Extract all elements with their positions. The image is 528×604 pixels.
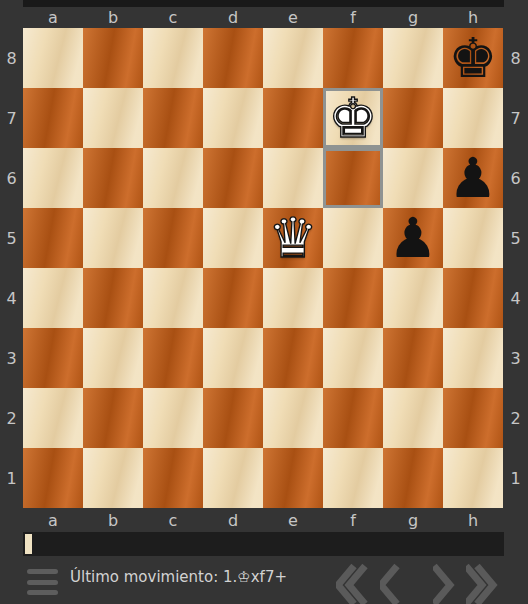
square-a4[interactable] [23, 268, 83, 328]
rank-label-8: 8 [503, 28, 528, 88]
square-h8[interactable]: ♚ [443, 28, 503, 88]
square-h5[interactable] [443, 208, 503, 268]
rank-label-7: 7 [0, 88, 23, 148]
file-label-f: f [323, 7, 383, 28]
square-g6[interactable] [383, 148, 443, 208]
puzzle-app: { "game": "chess", "position": { "fen": … [0, 0, 528, 604]
rank-label-7: 7 [503, 88, 528, 148]
square-b4[interactable] [83, 268, 143, 328]
file-label-c: c [143, 508, 203, 532]
square-a6[interactable] [23, 148, 83, 208]
square-c7[interactable] [143, 88, 203, 148]
file-label-d: d [203, 508, 263, 532]
file-label-h: h [443, 508, 503, 532]
square-e6[interactable] [263, 148, 323, 208]
chevron-left-icon [380, 562, 403, 604]
square-g2[interactable] [383, 388, 443, 448]
square-f1[interactable] [323, 448, 383, 508]
rank-label-5: 5 [0, 208, 23, 268]
double-chevron-right-icon [466, 562, 500, 604]
square-a2[interactable] [23, 388, 83, 448]
hamburger-icon [27, 590, 58, 595]
square-b1[interactable] [83, 448, 143, 508]
square-g3[interactable] [383, 328, 443, 388]
square-e2[interactable] [263, 388, 323, 448]
white-queen[interactable]: ♛ [268, 211, 317, 266]
black-pawn[interactable]: ♟ [388, 211, 437, 266]
hamburger-icon [27, 569, 58, 574]
nav-prev-button[interactable] [380, 562, 403, 604]
square-e8[interactable] [263, 28, 323, 88]
square-d3[interactable] [203, 328, 263, 388]
square-e1[interactable] [263, 448, 323, 508]
square-h2[interactable] [443, 388, 503, 448]
double-chevron-left-icon [336, 562, 370, 604]
square-g1[interactable] [383, 448, 443, 508]
square-g4[interactable] [383, 268, 443, 328]
square-g8[interactable] [383, 28, 443, 88]
square-e3[interactable] [263, 328, 323, 388]
rank-label-6: 6 [0, 148, 23, 208]
file-label-e: e [263, 508, 323, 532]
square-b8[interactable] [83, 28, 143, 88]
square-c2[interactable] [143, 388, 203, 448]
square-f2[interactable] [323, 388, 383, 448]
square-h3[interactable] [443, 328, 503, 388]
square-f3[interactable] [323, 328, 383, 388]
square-h7[interactable] [443, 88, 503, 148]
hamburger-icon [27, 580, 58, 585]
square-d1[interactable] [203, 448, 263, 508]
rank-label-4: 4 [0, 268, 23, 328]
square-f7[interactable]: ♚ [323, 88, 383, 148]
rank-label-2: 2 [503, 388, 528, 448]
rank-label-5: 5 [503, 208, 528, 268]
rank-label-2: 2 [0, 388, 23, 448]
square-e4[interactable] [263, 268, 323, 328]
square-g7[interactable] [383, 88, 443, 148]
square-a7[interactable] [23, 88, 83, 148]
square-e5[interactable]: ♛ [263, 208, 323, 268]
file-labels-top: abcdefgh [23, 7, 503, 28]
black-king[interactable]: ♚ [448, 31, 497, 86]
rank-label-6: 6 [503, 148, 528, 208]
square-b7[interactable] [83, 88, 143, 148]
move-navigation [336, 562, 500, 604]
rank-label-4: 4 [503, 268, 528, 328]
file-label-b: b [83, 508, 143, 532]
file-label-e: e [263, 7, 323, 28]
square-d2[interactable] [203, 388, 263, 448]
square-e7[interactable] [263, 88, 323, 148]
square-h6[interactable]: ♟ [443, 148, 503, 208]
black-pawn[interactable]: ♟ [448, 151, 497, 206]
file-label-a: a [23, 7, 83, 28]
square-f4[interactable] [323, 268, 383, 328]
square-c3[interactable] [143, 328, 203, 388]
file-label-h: h [443, 7, 503, 28]
square-b6[interactable] [83, 148, 143, 208]
file-label-b: b [83, 7, 143, 28]
square-c6[interactable] [143, 148, 203, 208]
file-label-a: a [23, 508, 83, 532]
square-f5[interactable] [323, 208, 383, 268]
square-f6[interactable] [323, 148, 383, 208]
chess-board[interactable]: ♚♚♟♛♟ [23, 28, 503, 508]
square-h1[interactable] [443, 448, 503, 508]
square-b5[interactable] [83, 208, 143, 268]
white-king[interactable]: ♚ [328, 91, 377, 146]
progress-fill [25, 534, 32, 554]
square-c4[interactable] [143, 268, 203, 328]
square-f8[interactable] [323, 28, 383, 88]
rank-labels-right: 87654321 [503, 28, 528, 508]
rank-label-1: 1 [503, 448, 528, 508]
rank-label-3: 3 [0, 328, 23, 388]
square-d7[interactable] [203, 88, 263, 148]
file-label-f: f [323, 508, 383, 532]
file-labels-bottom: abcdefgh [23, 508, 503, 532]
file-label-c: c [143, 7, 203, 28]
top-bar [23, 0, 504, 7]
nav-next-button[interactable] [433, 562, 456, 604]
square-b2[interactable] [83, 388, 143, 448]
rank-labels-left: 87654321 [0, 28, 23, 508]
last-move-status: Último movimiento: 1.♔xf7+ [70, 566, 287, 588]
square-g5[interactable]: ♟ [383, 208, 443, 268]
puzzle-progress-bar [23, 532, 504, 556]
square-b3[interactable] [83, 328, 143, 388]
file-label-g: g [383, 508, 443, 532]
square-a5[interactable] [23, 208, 83, 268]
file-label-g: g [383, 7, 443, 28]
square-d8[interactable] [203, 28, 263, 88]
chevron-right-icon [433, 562, 456, 604]
nav-last-button[interactable] [466, 562, 500, 604]
rank-label-3: 3 [503, 328, 528, 388]
rank-label-8: 8 [0, 28, 23, 88]
square-c5[interactable] [143, 208, 203, 268]
square-d6[interactable] [203, 148, 263, 208]
square-c8[interactable] [143, 28, 203, 88]
nav-first-button[interactable] [336, 562, 370, 604]
square-h4[interactable] [443, 268, 503, 328]
menu-button[interactable] [27, 569, 58, 595]
square-c1[interactable] [143, 448, 203, 508]
square-a1[interactable] [23, 448, 83, 508]
square-a3[interactable] [23, 328, 83, 388]
square-d5[interactable] [203, 208, 263, 268]
square-d4[interactable] [203, 268, 263, 328]
square-a8[interactable] [23, 28, 83, 88]
file-label-d: d [203, 7, 263, 28]
rank-label-1: 1 [0, 448, 23, 508]
